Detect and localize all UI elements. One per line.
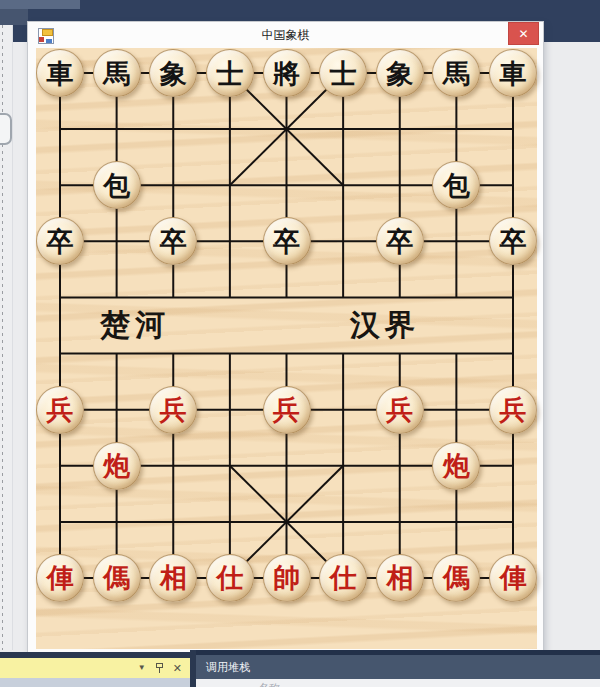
piece-black[interactable]: 卒 bbox=[263, 217, 311, 265]
piece-red[interactable]: 兵 bbox=[489, 386, 537, 434]
piece-glyph: 相 bbox=[386, 564, 413, 591]
piece-black[interactable]: 卒 bbox=[376, 217, 424, 265]
call-stack-column-header: 名称 bbox=[258, 681, 280, 687]
pin-icon[interactable] bbox=[155, 662, 164, 674]
xiangqi-board[interactable]: 楚河 汉界 車馬象士將士象馬車包包卒卒卒卒卒兵兵兵兵兵炮炮俥傌相仕帥仕相傌俥 bbox=[36, 48, 537, 649]
piece-glyph: 馬 bbox=[443, 60, 470, 87]
piece-black[interactable]: 包 bbox=[93, 161, 141, 209]
piece-glyph: 士 bbox=[330, 60, 357, 87]
piece-red[interactable]: 兵 bbox=[36, 386, 84, 434]
piece-glyph: 兵 bbox=[160, 396, 187, 423]
piece-red[interactable]: 兵 bbox=[263, 386, 311, 434]
piece-glyph: 包 bbox=[103, 172, 130, 199]
chevron-down-icon[interactable]: ▼ bbox=[138, 664, 146, 672]
piece-black[interactable]: 卒 bbox=[489, 217, 537, 265]
piece-glyph: 炮 bbox=[103, 452, 130, 479]
piece-black[interactable]: 士 bbox=[319, 49, 367, 97]
piece-black[interactable]: 卒 bbox=[36, 217, 84, 265]
piece-glyph: 卒 bbox=[47, 228, 74, 255]
piece-red[interactable]: 仕 bbox=[206, 554, 254, 602]
piece-black[interactable]: 象 bbox=[149, 49, 197, 97]
close-button[interactable]: ✕ bbox=[508, 22, 539, 45]
output-panel-body bbox=[0, 678, 190, 687]
piece-glyph: 仕 bbox=[330, 564, 357, 591]
piece-glyph: 卒 bbox=[273, 228, 300, 255]
piece-glyph: 卒 bbox=[386, 228, 413, 255]
close-icon[interactable]: ✕ bbox=[173, 663, 182, 674]
piece-red[interactable]: 炮 bbox=[432, 442, 480, 490]
piece-red[interactable]: 兵 bbox=[376, 386, 424, 434]
piece-red[interactable]: 俥 bbox=[489, 554, 537, 602]
piece-glyph: 卒 bbox=[500, 228, 527, 255]
piece-glyph: 傌 bbox=[443, 564, 470, 591]
piece-red[interactable]: 俥 bbox=[36, 554, 84, 602]
piece-glyph: 傌 bbox=[103, 564, 130, 591]
piece-red[interactable]: 相 bbox=[149, 554, 197, 602]
piece-glyph: 象 bbox=[386, 60, 413, 87]
ide-top-toolbar-highlight bbox=[0, 0, 80, 9]
piece-glyph: 相 bbox=[160, 564, 187, 591]
ide-top-left-block bbox=[0, 9, 28, 25]
piece-glyph: 將 bbox=[273, 60, 300, 87]
collapsed-panel-tab[interactable] bbox=[0, 113, 12, 145]
piece-glyph: 兵 bbox=[273, 396, 300, 423]
piece-black[interactable]: 馬 bbox=[93, 49, 141, 97]
call-stack-header: 调用堆栈 bbox=[196, 655, 600, 679]
piece-red[interactable]: 仕 bbox=[319, 554, 367, 602]
piece-glyph: 卒 bbox=[160, 228, 187, 255]
river-label-right: 汉界 bbox=[350, 305, 420, 346]
window-title: 中国象棋 bbox=[262, 22, 310, 48]
piece-black[interactable]: 將 bbox=[263, 49, 311, 97]
river-label-left: 楚河 bbox=[100, 305, 170, 346]
call-stack-title: 调用堆栈 bbox=[196, 655, 600, 679]
piece-red[interactable]: 兵 bbox=[149, 386, 197, 434]
call-stack-content: 名称 bbox=[196, 679, 600, 687]
piece-glyph: 士 bbox=[216, 60, 243, 87]
piece-black[interactable]: 車 bbox=[489, 49, 537, 97]
piece-black[interactable]: 車 bbox=[36, 49, 84, 97]
piece-glyph: 帥 bbox=[273, 564, 300, 591]
piece-glyph: 炮 bbox=[443, 452, 470, 479]
xiangqi-window: 中国象棋 ✕ 楚河 汉界 車馬象士將士象馬車包包卒卒卒卒卒兵兵兵兵兵炮炮俥傌相仕… bbox=[28, 22, 543, 655]
piece-glyph: 兵 bbox=[47, 396, 74, 423]
piece-red[interactable]: 相 bbox=[376, 554, 424, 602]
form-icon bbox=[38, 28, 54, 44]
piece-red[interactable]: 炮 bbox=[93, 442, 141, 490]
piece-glyph: 包 bbox=[443, 172, 470, 199]
output-panel-header: ▼ ✕ bbox=[0, 658, 190, 678]
piece-glyph: 車 bbox=[500, 60, 527, 87]
ide-left-panel-edge bbox=[0, 25, 13, 650]
piece-glyph: 兵 bbox=[500, 396, 527, 423]
piece-glyph: 車 bbox=[47, 60, 74, 87]
piece-black[interactable]: 士 bbox=[206, 49, 254, 97]
piece-glyph: 象 bbox=[160, 60, 187, 87]
piece-black[interactable]: 象 bbox=[376, 49, 424, 97]
window-titlebar[interactable]: 中国象棋 ✕ bbox=[28, 22, 543, 48]
piece-glyph: 俥 bbox=[500, 564, 527, 591]
piece-red[interactable]: 帥 bbox=[263, 554, 311, 602]
piece-glyph: 仕 bbox=[216, 564, 243, 591]
piece-glyph: 兵 bbox=[386, 396, 413, 423]
piece-glyph: 俥 bbox=[47, 564, 74, 591]
piece-glyph: 馬 bbox=[103, 60, 130, 87]
piece-red[interactable]: 傌 bbox=[93, 554, 141, 602]
